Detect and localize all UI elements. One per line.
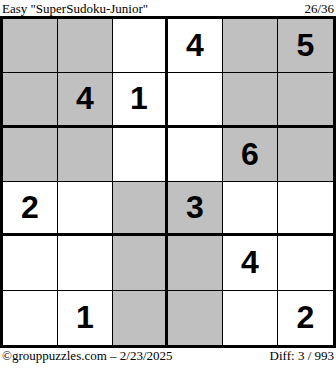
puzzle-page: Easy "SuperSudoku-Junior" 26/36 45416234…: [0, 0, 336, 370]
header: Easy "SuperSudoku-Junior" 26/36: [0, 0, 336, 16]
cell-r2c6-empty[interactable]: [278, 73, 333, 127]
cell-r4c3-empty[interactable]: [113, 182, 168, 236]
cell-r2c1-empty[interactable]: [3, 73, 58, 127]
cell-r5c4-empty[interactable]: [168, 236, 223, 290]
cell-r5c3-empty[interactable]: [113, 236, 168, 290]
cell-r6c3-empty[interactable]: [113, 291, 168, 345]
cell-r3c6-empty[interactable]: [278, 128, 333, 182]
cell-r6c1-empty[interactable]: [3, 291, 58, 345]
cell-r2c2-given: 4: [58, 73, 113, 127]
cell-counter: 26/36: [304, 1, 334, 16]
cell-r1c5-empty[interactable]: [223, 19, 278, 73]
cell-r3c2-empty[interactable]: [58, 128, 113, 182]
cell-r2c5-empty[interactable]: [223, 73, 278, 127]
footer: ©grouppuzzles.com – 2/23/2025 Diff: 3 / …: [0, 348, 336, 366]
cell-r4c2-empty[interactable]: [58, 182, 113, 236]
cell-r2c4-empty[interactable]: [168, 73, 223, 127]
cell-r3c3-empty[interactable]: [113, 128, 168, 182]
sudoku-grid: 4541623412: [0, 16, 336, 348]
cell-r4c4-given: 3: [168, 182, 223, 236]
cell-r1c3-empty[interactable]: [113, 19, 168, 73]
cell-r6c4-empty[interactable]: [168, 291, 223, 345]
cell-r2c3-given: 1: [113, 73, 168, 127]
copyright-text: ©grouppuzzles.com – 2/23/2025: [2, 348, 173, 363]
cell-r6c5-empty[interactable]: [223, 291, 278, 345]
cell-r5c5-given: 4: [223, 236, 278, 290]
cell-r1c6-given: 5: [278, 19, 333, 73]
cell-r3c4-empty[interactable]: [168, 128, 223, 182]
cell-r4c1-given: 2: [3, 182, 58, 236]
cell-r1c1-empty[interactable]: [3, 19, 58, 73]
puzzle-title: Easy "SuperSudoku-Junior": [2, 1, 148, 16]
cell-r4c5-empty[interactable]: [223, 182, 278, 236]
cell-r3c1-empty[interactable]: [3, 128, 58, 182]
difficulty-text: Diff: 3 / 993: [270, 348, 334, 363]
cell-r1c2-empty[interactable]: [58, 19, 113, 73]
cell-r4c6-empty[interactable]: [278, 182, 333, 236]
cell-r1c4-given: 4: [168, 19, 223, 73]
cell-r5c6-empty[interactable]: [278, 236, 333, 290]
cell-r5c2-empty[interactable]: [58, 236, 113, 290]
cell-r6c2-given: 1: [58, 291, 113, 345]
cell-r6c6-given: 2: [278, 291, 333, 345]
cell-r3c5-given: 6: [223, 128, 278, 182]
cell-r5c1-empty[interactable]: [3, 236, 58, 290]
